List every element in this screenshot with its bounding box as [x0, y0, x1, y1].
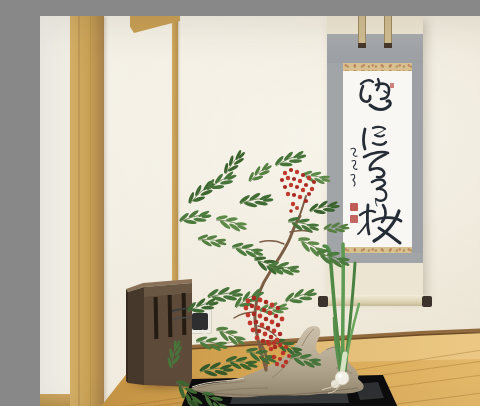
room-photo: 鶴住无子枝 — [40, 16, 480, 406]
nandina-berries-upper — [280, 168, 316, 213]
nandina-foliage — [164, 146, 353, 406]
nandina — [40, 16, 480, 406]
